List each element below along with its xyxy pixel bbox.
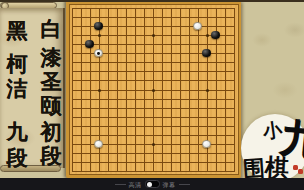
player-scroll-panel: 白 漆 圣 颐 初 段 黑 柯 洁 九 段 <box>0 2 66 173</box>
black-rank-char-1: 九 <box>5 121 29 143</box>
white-name-char-2: 圣 <box>39 71 63 93</box>
white-name-char-3: 颐 <box>39 95 63 117</box>
red-seal-dot <box>293 165 298 170</box>
control-label-right[interactable]: 弹幕 <box>163 181 176 188</box>
video-frame: 白 漆 圣 颐 初 段 黑 柯 洁 九 段 小 九 围 棋 <box>0 0 304 190</box>
toggle-knob <box>147 182 152 187</box>
stone-black <box>211 31 219 39</box>
white-color-label: 白 <box>39 18 63 40</box>
black-rank-char-2: 段 <box>5 147 29 169</box>
white-name-char-1: 漆 <box>39 47 63 69</box>
stone-white <box>202 140 210 148</box>
bar-dash-right <box>179 184 190 185</box>
top-edge-line <box>0 0 304 2</box>
stone-white <box>94 140 102 148</box>
red-seal-dot <box>298 169 303 174</box>
white-rank-char-1: 初 <box>39 121 63 143</box>
channel-logo: 小 九 围 棋 <box>241 114 304 182</box>
black-name-char-2: 洁 <box>5 78 29 100</box>
danmaku-toggle[interactable] <box>145 180 160 189</box>
last-move-marker <box>97 52 100 55</box>
stone-black <box>85 40 93 48</box>
control-label-left[interactable]: 高清 <box>129 181 142 188</box>
black-color-label: 黑 <box>5 20 29 42</box>
black-name-char-1: 柯 <box>5 53 29 75</box>
stone-white <box>94 49 102 57</box>
white-rank-char-2: 段 <box>39 145 63 167</box>
video-control-bar[interactable]: 高清 弹幕 <box>0 178 304 190</box>
bar-dash-left <box>115 184 126 185</box>
stone-black <box>94 22 102 30</box>
stone-white <box>193 22 201 30</box>
stone-black <box>202 49 210 57</box>
stones-grid <box>67 4 238 176</box>
